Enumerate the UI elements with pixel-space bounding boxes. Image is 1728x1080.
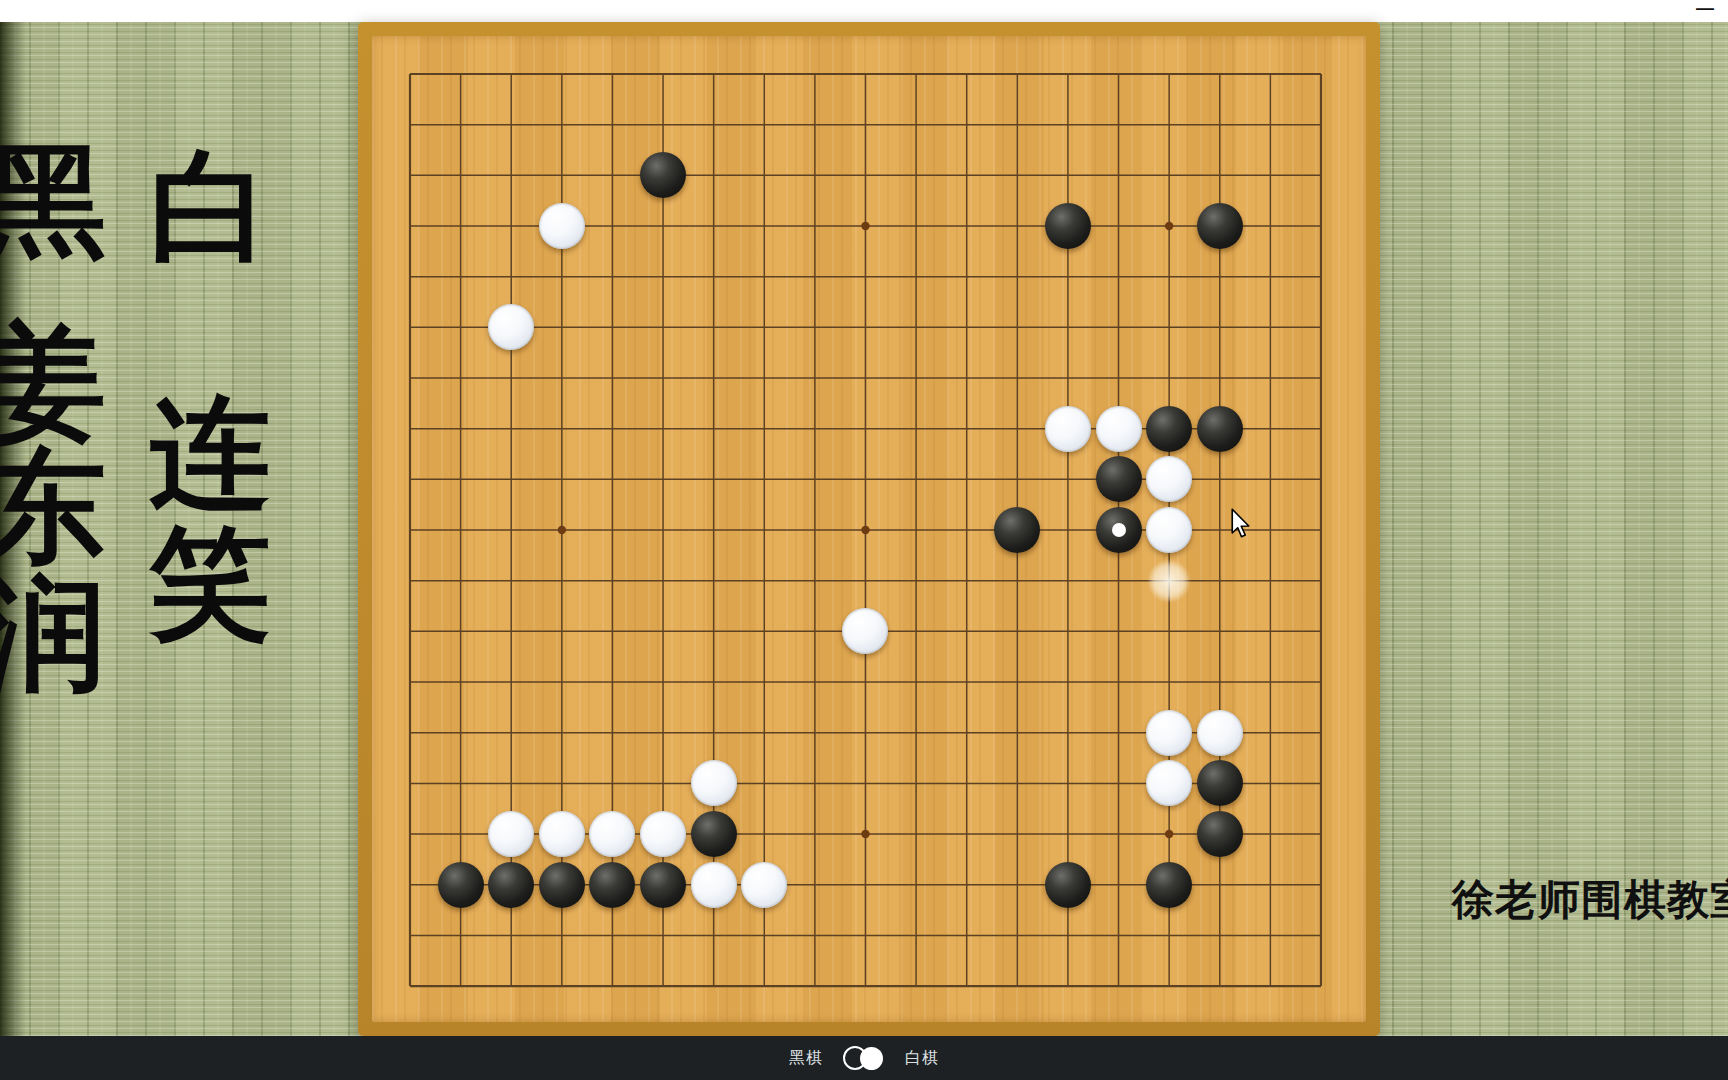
black-stone [1146,406,1192,452]
white-stone [691,862,737,908]
stone-color-toggle[interactable] [843,1046,885,1070]
white-stone-toggle-icon [860,1047,883,1070]
player-name-char: 姜 [0,322,106,444]
white-stones-label: 白棋 [905,1048,939,1069]
black-stone [539,862,585,908]
white-stone [1146,710,1192,756]
white-stone [539,203,585,249]
black-stone [1146,862,1192,908]
player-name-char: 东 [0,446,106,568]
ghost-stone-preview [1148,560,1190,602]
white-stone [539,811,585,857]
black-stone [1045,203,1091,249]
black-stone [640,862,686,908]
white-stone [488,811,534,857]
black-stone [589,862,635,908]
watermark-text: 徐老师围棋教室 [1452,872,1728,928]
black-stone [1096,507,1142,553]
black-stone [1197,760,1243,806]
white-stone [741,862,787,908]
player-name-char: 润 [0,574,106,696]
black-stone [1096,456,1142,502]
white-stone [1197,710,1243,756]
white-stone [1045,406,1091,452]
player-name-char: 连 [149,392,271,514]
black-stone [438,862,484,908]
player-name-char: 笑 [149,522,271,644]
mouse-cursor [1230,508,1252,538]
white-stone [1146,507,1192,553]
bottom-toolbar: 黑棋 白棋 [0,1036,1728,1080]
black-stone [1197,811,1243,857]
white-stone [691,760,737,806]
white-stone [1096,406,1142,452]
black-stone [994,507,1040,553]
minimize-icon[interactable]: — [1696,0,1714,19]
black-stone [1197,406,1243,452]
go-board[interactable] [358,22,1380,1036]
black-stone [691,811,737,857]
last-move-marker [1112,523,1126,537]
black-stone [1197,203,1243,249]
black-stone [1045,862,1091,908]
black-stones-label: 黑棋 [789,1048,823,1069]
white-stone [640,811,686,857]
window-titlebar: — [0,0,1728,22]
black-stone [488,862,534,908]
player-name-char: 白 [149,146,271,268]
player-name-char: 黑 [0,140,106,262]
